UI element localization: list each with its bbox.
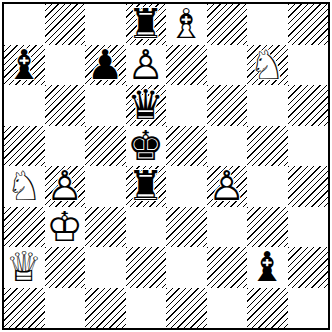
black-king-icon: ♚: [126, 126, 167, 167]
square-h1[interactable]: [288, 288, 329, 329]
piece-silhouette: ♟: [207, 166, 248, 207]
square-d1[interactable]: [126, 288, 167, 329]
square-c3[interactable]: [85, 207, 126, 248]
square-c2[interactable]: [85, 247, 126, 288]
square-d5[interactable]: ♚: [126, 126, 167, 167]
square-f8[interactable]: [207, 4, 248, 45]
square-e6[interactable]: [166, 85, 207, 126]
square-b1[interactable]: [45, 288, 86, 329]
square-c6[interactable]: [85, 85, 126, 126]
white-knight[interactable]: ♞♘: [4, 166, 45, 207]
square-e7[interactable]: [166, 45, 207, 86]
square-g4[interactable]: [247, 166, 288, 207]
piece-silhouette: ♛: [4, 247, 45, 288]
square-b7[interactable]: [45, 45, 86, 86]
square-c7[interactable]: ♟: [85, 45, 126, 86]
square-d6[interactable]: ♛: [126, 85, 167, 126]
square-h4[interactable]: [288, 166, 329, 207]
black-pawn[interactable]: ♟: [85, 45, 126, 86]
white-queen-icon: ♕: [4, 247, 45, 288]
square-g6[interactable]: [247, 85, 288, 126]
white-knight-icon: ♘: [4, 166, 45, 207]
square-b5[interactable]: [45, 126, 86, 167]
black-queen-icon: ♛: [126, 85, 167, 126]
piece-silhouette: ♟: [45, 166, 86, 207]
square-b3[interactable]: ♚♔: [45, 207, 86, 248]
square-g8[interactable]: [247, 4, 288, 45]
square-h5[interactable]: [288, 126, 329, 167]
square-a3[interactable]: [4, 207, 45, 248]
square-a4[interactable]: ♞♘: [4, 166, 45, 207]
black-queen[interactable]: ♛: [126, 85, 167, 126]
square-d7[interactable]: ♟♙: [126, 45, 167, 86]
piece-silhouette: ♞: [247, 45, 288, 86]
square-g1[interactable]: [247, 288, 288, 329]
square-g2[interactable]: ♝: [247, 247, 288, 288]
square-a8[interactable]: [4, 4, 45, 45]
white-pawn[interactable]: ♟♙: [207, 166, 248, 207]
black-pawn-icon: ♟: [85, 45, 126, 86]
square-b6[interactable]: [45, 85, 86, 126]
black-rook-icon: ♜: [126, 166, 167, 207]
square-d3[interactable]: [126, 207, 167, 248]
piece-silhouette: ♟: [126, 45, 167, 86]
square-d8[interactable]: ♜: [126, 4, 167, 45]
black-bishop-icon: ♝: [4, 45, 45, 86]
white-king[interactable]: ♚♔: [45, 207, 86, 248]
square-h3[interactable]: [288, 207, 329, 248]
square-d4[interactable]: ♜: [126, 166, 167, 207]
piece-silhouette: ♝: [166, 4, 207, 45]
square-f3[interactable]: [207, 207, 248, 248]
piece-silhouette: ♞: [4, 166, 45, 207]
square-a5[interactable]: [4, 126, 45, 167]
square-b2[interactable]: [45, 247, 86, 288]
square-f6[interactable]: [207, 85, 248, 126]
square-f5[interactable]: [207, 126, 248, 167]
square-f4[interactable]: ♟♙: [207, 166, 248, 207]
chess-board: ♜♝♗♝♟♟♙♞♘♛♚♞♘♟♙♜♟♙♚♔♛♕♝: [4, 4, 328, 328]
square-c1[interactable]: [85, 288, 126, 329]
square-e1[interactable]: [166, 288, 207, 329]
black-bishop-icon: ♝: [247, 247, 288, 288]
white-king-icon: ♔: [45, 207, 86, 248]
black-rook-icon: ♜: [126, 4, 167, 45]
square-f1[interactable]: [207, 288, 248, 329]
white-knight-icon: ♘: [247, 45, 288, 86]
chess-diagram: ♜♝♗♝♟♟♙♞♘♛♚♞♘♟♙♜♟♙♚♔♛♕♝: [0, 0, 332, 332]
black-rook[interactable]: ♜: [126, 166, 167, 207]
square-a1[interactable]: [4, 288, 45, 329]
square-c8[interactable]: [85, 4, 126, 45]
square-b8[interactable]: [45, 4, 86, 45]
square-c4[interactable]: [85, 166, 126, 207]
square-f7[interactable]: [207, 45, 248, 86]
square-h7[interactable]: [288, 45, 329, 86]
square-e2[interactable]: [166, 247, 207, 288]
black-king[interactable]: ♚: [126, 126, 167, 167]
square-e8[interactable]: ♝♗: [166, 4, 207, 45]
square-c5[interactable]: [85, 126, 126, 167]
square-f2[interactable]: [207, 247, 248, 288]
square-g3[interactable]: [247, 207, 288, 248]
white-pawn[interactable]: ♟♙: [126, 45, 167, 86]
white-pawn[interactable]: ♟♙: [45, 166, 86, 207]
square-b4[interactable]: ♟♙: [45, 166, 86, 207]
black-bishop[interactable]: ♝: [247, 247, 288, 288]
square-h8[interactable]: [288, 4, 329, 45]
white-pawn-icon: ♙: [207, 166, 248, 207]
black-bishop[interactable]: ♝: [4, 45, 45, 86]
white-pawn-icon: ♙: [45, 166, 86, 207]
square-e3[interactable]: [166, 207, 207, 248]
white-knight[interactable]: ♞♘: [247, 45, 288, 86]
white-bishop-icon: ♗: [166, 4, 207, 45]
black-rook[interactable]: ♜: [126, 4, 167, 45]
square-a2[interactable]: ♛♕: [4, 247, 45, 288]
square-g7[interactable]: ♞♘: [247, 45, 288, 86]
square-g5[interactable]: [247, 126, 288, 167]
square-h6[interactable]: [288, 85, 329, 126]
square-e4[interactable]: [166, 166, 207, 207]
white-pawn-icon: ♙: [126, 45, 167, 86]
square-d2[interactable]: [126, 247, 167, 288]
square-a7[interactable]: ♝: [4, 45, 45, 86]
square-h2[interactable]: [288, 247, 329, 288]
white-queen[interactable]: ♛♕: [4, 247, 45, 288]
square-e5[interactable]: [166, 126, 207, 167]
square-a6[interactable]: [4, 85, 45, 126]
piece-silhouette: ♚: [45, 207, 86, 248]
white-bishop[interactable]: ♝♗: [166, 4, 207, 45]
